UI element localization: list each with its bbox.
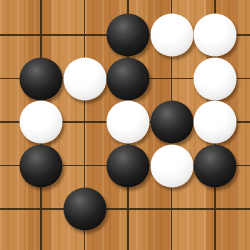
white-stone-r4c4[interactable] [150, 144, 193, 187]
white-stone-r1c4[interactable] [150, 14, 193, 57]
white-stone-r3c5[interactable] [194, 101, 237, 144]
empty-intersection-r5c1[interactable] [24, 192, 58, 226]
empty-intersection-r3c2[interactable] [68, 105, 102, 139]
empty-intersection-r5c5[interactable] [198, 192, 232, 226]
empty-intersection-r4c2[interactable] [68, 149, 102, 183]
empty-intersection-r5c3[interactable] [111, 192, 145, 226]
screenshot [0, 0, 250, 250]
white-stone-r3c1[interactable] [20, 101, 63, 144]
black-stone-r4c3[interactable] [107, 144, 150, 187]
empty-intersection-r2c4[interactable] [155, 62, 189, 96]
black-stone-r2c1[interactable] [20, 57, 63, 100]
empty-intersection-r5c4[interactable] [155, 192, 189, 226]
black-stone-r2c3[interactable] [107, 57, 150, 100]
black-stone-r1c3[interactable] [107, 14, 150, 57]
white-stone-r2c2[interactable] [63, 57, 106, 100]
white-stone-r3c3[interactable] [107, 101, 150, 144]
black-stone-r4c5[interactable] [194, 144, 237, 187]
black-stone-r3c4[interactable] [150, 101, 193, 144]
go-board[interactable] [0, 0, 250, 250]
empty-intersection-r1c2[interactable] [68, 18, 102, 52]
white-stone-r1c5[interactable] [194, 14, 237, 57]
black-stone-r5c2[interactable] [63, 188, 106, 231]
white-stone-r2c5[interactable] [194, 57, 237, 100]
black-stone-r4c1[interactable] [20, 144, 63, 187]
empty-intersection-r1c1[interactable] [24, 18, 58, 52]
